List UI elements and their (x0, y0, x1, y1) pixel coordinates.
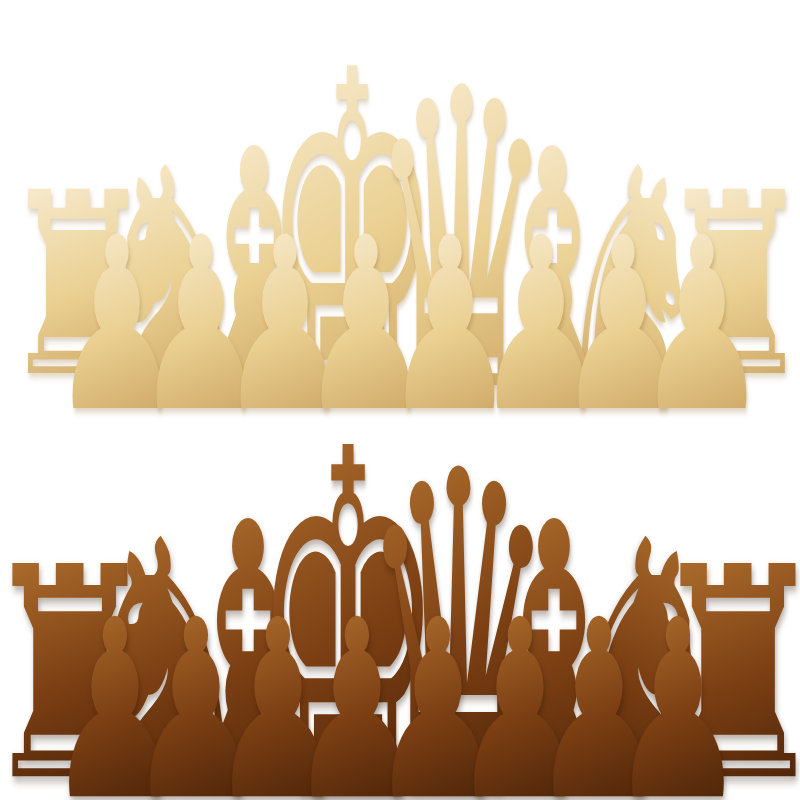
light-pawn-8: ♟ (636, 206, 769, 445)
dark-pawn-8: ♟ (609, 587, 746, 800)
product-photo: ♜♞♝♚♛♝♞♜♟♟♟♟♟♟♟♟ ♜♞♝♚♛♝♞♜♟♟♟♟♟♟♟♟ (0, 0, 800, 800)
